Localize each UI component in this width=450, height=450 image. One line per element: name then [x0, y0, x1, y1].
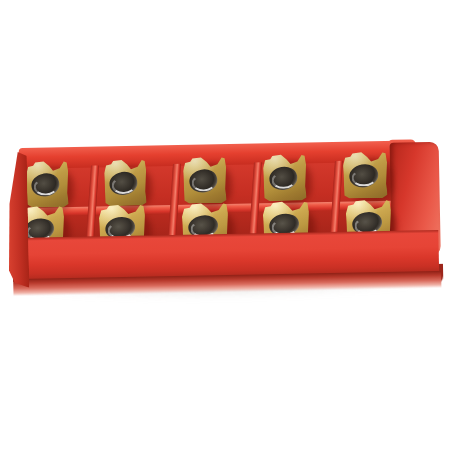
insert-gold-body: [343, 151, 388, 199]
milling-insert-r0c3: [263, 153, 307, 201]
insert-gold-body: [183, 156, 227, 204]
case-left-end-cap: [7, 152, 30, 288]
insert-center-hole: [347, 162, 380, 189]
milling-insert-r0c0: [26, 160, 69, 208]
milling-insert-r0c4: [343, 151, 388, 199]
insert-gold-body: [263, 153, 307, 201]
milling-insert-r0c1: [104, 159, 147, 207]
insert-center-hole: [187, 167, 219, 194]
insert-center-hole: [267, 165, 299, 192]
milling-insert-r0c2: [183, 156, 227, 204]
red-insert-case: [9, 138, 444, 294]
insert-center-hole: [108, 170, 139, 197]
product-photo-scene: [0, 0, 450, 450]
insert-gold-body: [104, 159, 147, 207]
insert-gold-body: [26, 160, 69, 208]
insert-center-hole: [30, 171, 61, 198]
